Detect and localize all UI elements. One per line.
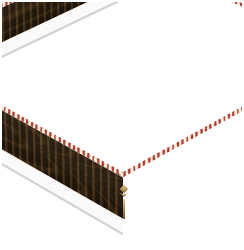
chessboard-scene	[0, 0, 244, 250]
chessboard	[0, 0, 244, 177]
corner-inlay-needle-icon	[123, 199, 125, 219]
